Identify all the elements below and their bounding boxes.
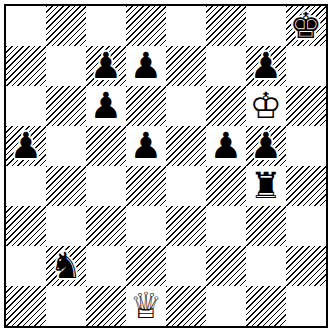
piece-black-pawn[interactable]: ♟ bbox=[250, 126, 282, 166]
square-b6[interactable] bbox=[46, 86, 86, 126]
square-e5[interactable] bbox=[166, 126, 206, 166]
square-a8[interactable] bbox=[6, 6, 46, 46]
square-h6[interactable] bbox=[286, 86, 326, 126]
chess-diagram: ♚♟♟♟♟♔♟♟♟♟♜♞♕ bbox=[0, 0, 332, 332]
piece-black-pawn[interactable]: ♟ bbox=[130, 46, 162, 86]
board-frame: ♚♟♟♟♟♔♟♟♟♟♜♞♕ bbox=[4, 4, 328, 328]
square-g3[interactable] bbox=[246, 206, 286, 246]
square-d7[interactable]: ♟ bbox=[126, 46, 166, 86]
square-b2[interactable]: ♞ bbox=[46, 246, 86, 286]
square-a2[interactable] bbox=[6, 246, 46, 286]
piece-black-pawn[interactable]: ♟ bbox=[10, 126, 42, 166]
piece-black-pawn[interactable]: ♟ bbox=[130, 126, 162, 166]
square-h2[interactable] bbox=[286, 246, 326, 286]
piece-white-king[interactable]: ♔ bbox=[250, 86, 282, 126]
square-g4[interactable]: ♜ bbox=[246, 166, 286, 206]
square-f3[interactable] bbox=[206, 206, 246, 246]
piece-black-knight[interactable]: ♞ bbox=[50, 246, 82, 286]
piece-black-pawn[interactable]: ♟ bbox=[210, 126, 242, 166]
square-f5[interactable]: ♟ bbox=[206, 126, 246, 166]
square-e3[interactable] bbox=[166, 206, 206, 246]
square-b8[interactable] bbox=[46, 6, 86, 46]
square-g8[interactable] bbox=[246, 6, 286, 46]
square-g6[interactable]: ♔ bbox=[246, 86, 286, 126]
chess-board[interactable]: ♚♟♟♟♟♔♟♟♟♟♜♞♕ bbox=[6, 6, 326, 326]
square-b3[interactable] bbox=[46, 206, 86, 246]
square-g2[interactable] bbox=[246, 246, 286, 286]
square-f2[interactable] bbox=[206, 246, 246, 286]
square-d4[interactable] bbox=[126, 166, 166, 206]
square-e2[interactable] bbox=[166, 246, 206, 286]
square-e7[interactable] bbox=[166, 46, 206, 86]
square-d8[interactable] bbox=[126, 6, 166, 46]
square-c6[interactable]: ♟ bbox=[86, 86, 126, 126]
square-h7[interactable] bbox=[286, 46, 326, 86]
square-c5[interactable] bbox=[86, 126, 126, 166]
square-a5[interactable]: ♟ bbox=[6, 126, 46, 166]
square-h8[interactable]: ♚ bbox=[286, 6, 326, 46]
square-d6[interactable] bbox=[126, 86, 166, 126]
square-g7[interactable]: ♟ bbox=[246, 46, 286, 86]
square-c8[interactable] bbox=[86, 6, 126, 46]
square-a1[interactable] bbox=[6, 286, 46, 326]
piece-white-queen[interactable]: ♕ bbox=[130, 286, 162, 326]
square-c7[interactable]: ♟ bbox=[86, 46, 126, 86]
square-f4[interactable] bbox=[206, 166, 246, 206]
square-b7[interactable] bbox=[46, 46, 86, 86]
square-d3[interactable] bbox=[126, 206, 166, 246]
square-g5[interactable]: ♟ bbox=[246, 126, 286, 166]
square-f7[interactable] bbox=[206, 46, 246, 86]
square-b4[interactable] bbox=[46, 166, 86, 206]
square-h5[interactable] bbox=[286, 126, 326, 166]
square-b5[interactable] bbox=[46, 126, 86, 166]
square-c3[interactable] bbox=[86, 206, 126, 246]
square-f1[interactable] bbox=[206, 286, 246, 326]
square-c4[interactable] bbox=[86, 166, 126, 206]
square-c2[interactable] bbox=[86, 246, 126, 286]
square-d2[interactable] bbox=[126, 246, 166, 286]
square-f8[interactable] bbox=[206, 6, 246, 46]
piece-black-pawn[interactable]: ♟ bbox=[90, 46, 122, 86]
square-d1[interactable]: ♕ bbox=[126, 286, 166, 326]
square-e4[interactable] bbox=[166, 166, 206, 206]
piece-black-king[interactable]: ♚ bbox=[290, 6, 322, 46]
square-a6[interactable] bbox=[6, 86, 46, 126]
square-h1[interactable] bbox=[286, 286, 326, 326]
piece-black-rook[interactable]: ♜ bbox=[250, 166, 282, 206]
square-a3[interactable] bbox=[6, 206, 46, 246]
square-f6[interactable] bbox=[206, 86, 246, 126]
square-e6[interactable] bbox=[166, 86, 206, 126]
square-g1[interactable] bbox=[246, 286, 286, 326]
square-b1[interactable] bbox=[46, 286, 86, 326]
piece-black-pawn[interactable]: ♟ bbox=[250, 46, 282, 86]
square-c1[interactable] bbox=[86, 286, 126, 326]
piece-black-pawn[interactable]: ♟ bbox=[90, 86, 122, 126]
square-e8[interactable] bbox=[166, 6, 206, 46]
square-d5[interactable]: ♟ bbox=[126, 126, 166, 166]
square-h3[interactable] bbox=[286, 206, 326, 246]
square-a4[interactable] bbox=[6, 166, 46, 206]
square-a7[interactable] bbox=[6, 46, 46, 86]
square-e1[interactable] bbox=[166, 286, 206, 326]
square-h4[interactable] bbox=[286, 166, 326, 206]
